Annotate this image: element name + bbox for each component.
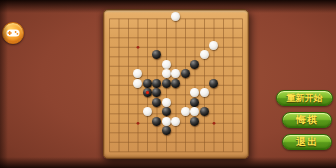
black-stone [190, 98, 199, 107]
white-stone [162, 98, 171, 107]
white-stone [162, 60, 171, 69]
gomoku-board[interactable] [103, 9, 249, 159]
white-stone [162, 69, 171, 78]
gamepad-icon [6, 28, 20, 38]
black-stone [152, 98, 161, 107]
game-stage: 重新开始 悔棋 退出 [0, 0, 336, 168]
white-stone [181, 107, 190, 116]
white-stone [209, 41, 218, 50]
last-move-marker [146, 91, 149, 94]
black-stone [152, 117, 161, 126]
black-stone [162, 79, 171, 88]
white-stone [143, 107, 152, 116]
black-stone [200, 107, 209, 116]
black-stone [209, 79, 218, 88]
black-stone [143, 79, 152, 88]
white-stone [133, 79, 142, 88]
black-stone [190, 117, 199, 126]
black-stone [162, 126, 171, 135]
black-stone [152, 79, 161, 88]
restart-button[interactable]: 重新开始 [276, 90, 333, 106]
white-stone [162, 117, 171, 126]
black-stone [190, 60, 199, 69]
exit-button[interactable]: 退出 [282, 134, 332, 150]
white-stone [171, 117, 180, 126]
undo-button[interactable]: 悔棋 [282, 112, 332, 128]
black-stone [171, 79, 180, 88]
black-stone [181, 69, 190, 78]
menu-button[interactable] [2, 22, 24, 44]
black-stone [162, 107, 171, 116]
white-stone [200, 88, 209, 97]
white-stone [200, 50, 209, 59]
